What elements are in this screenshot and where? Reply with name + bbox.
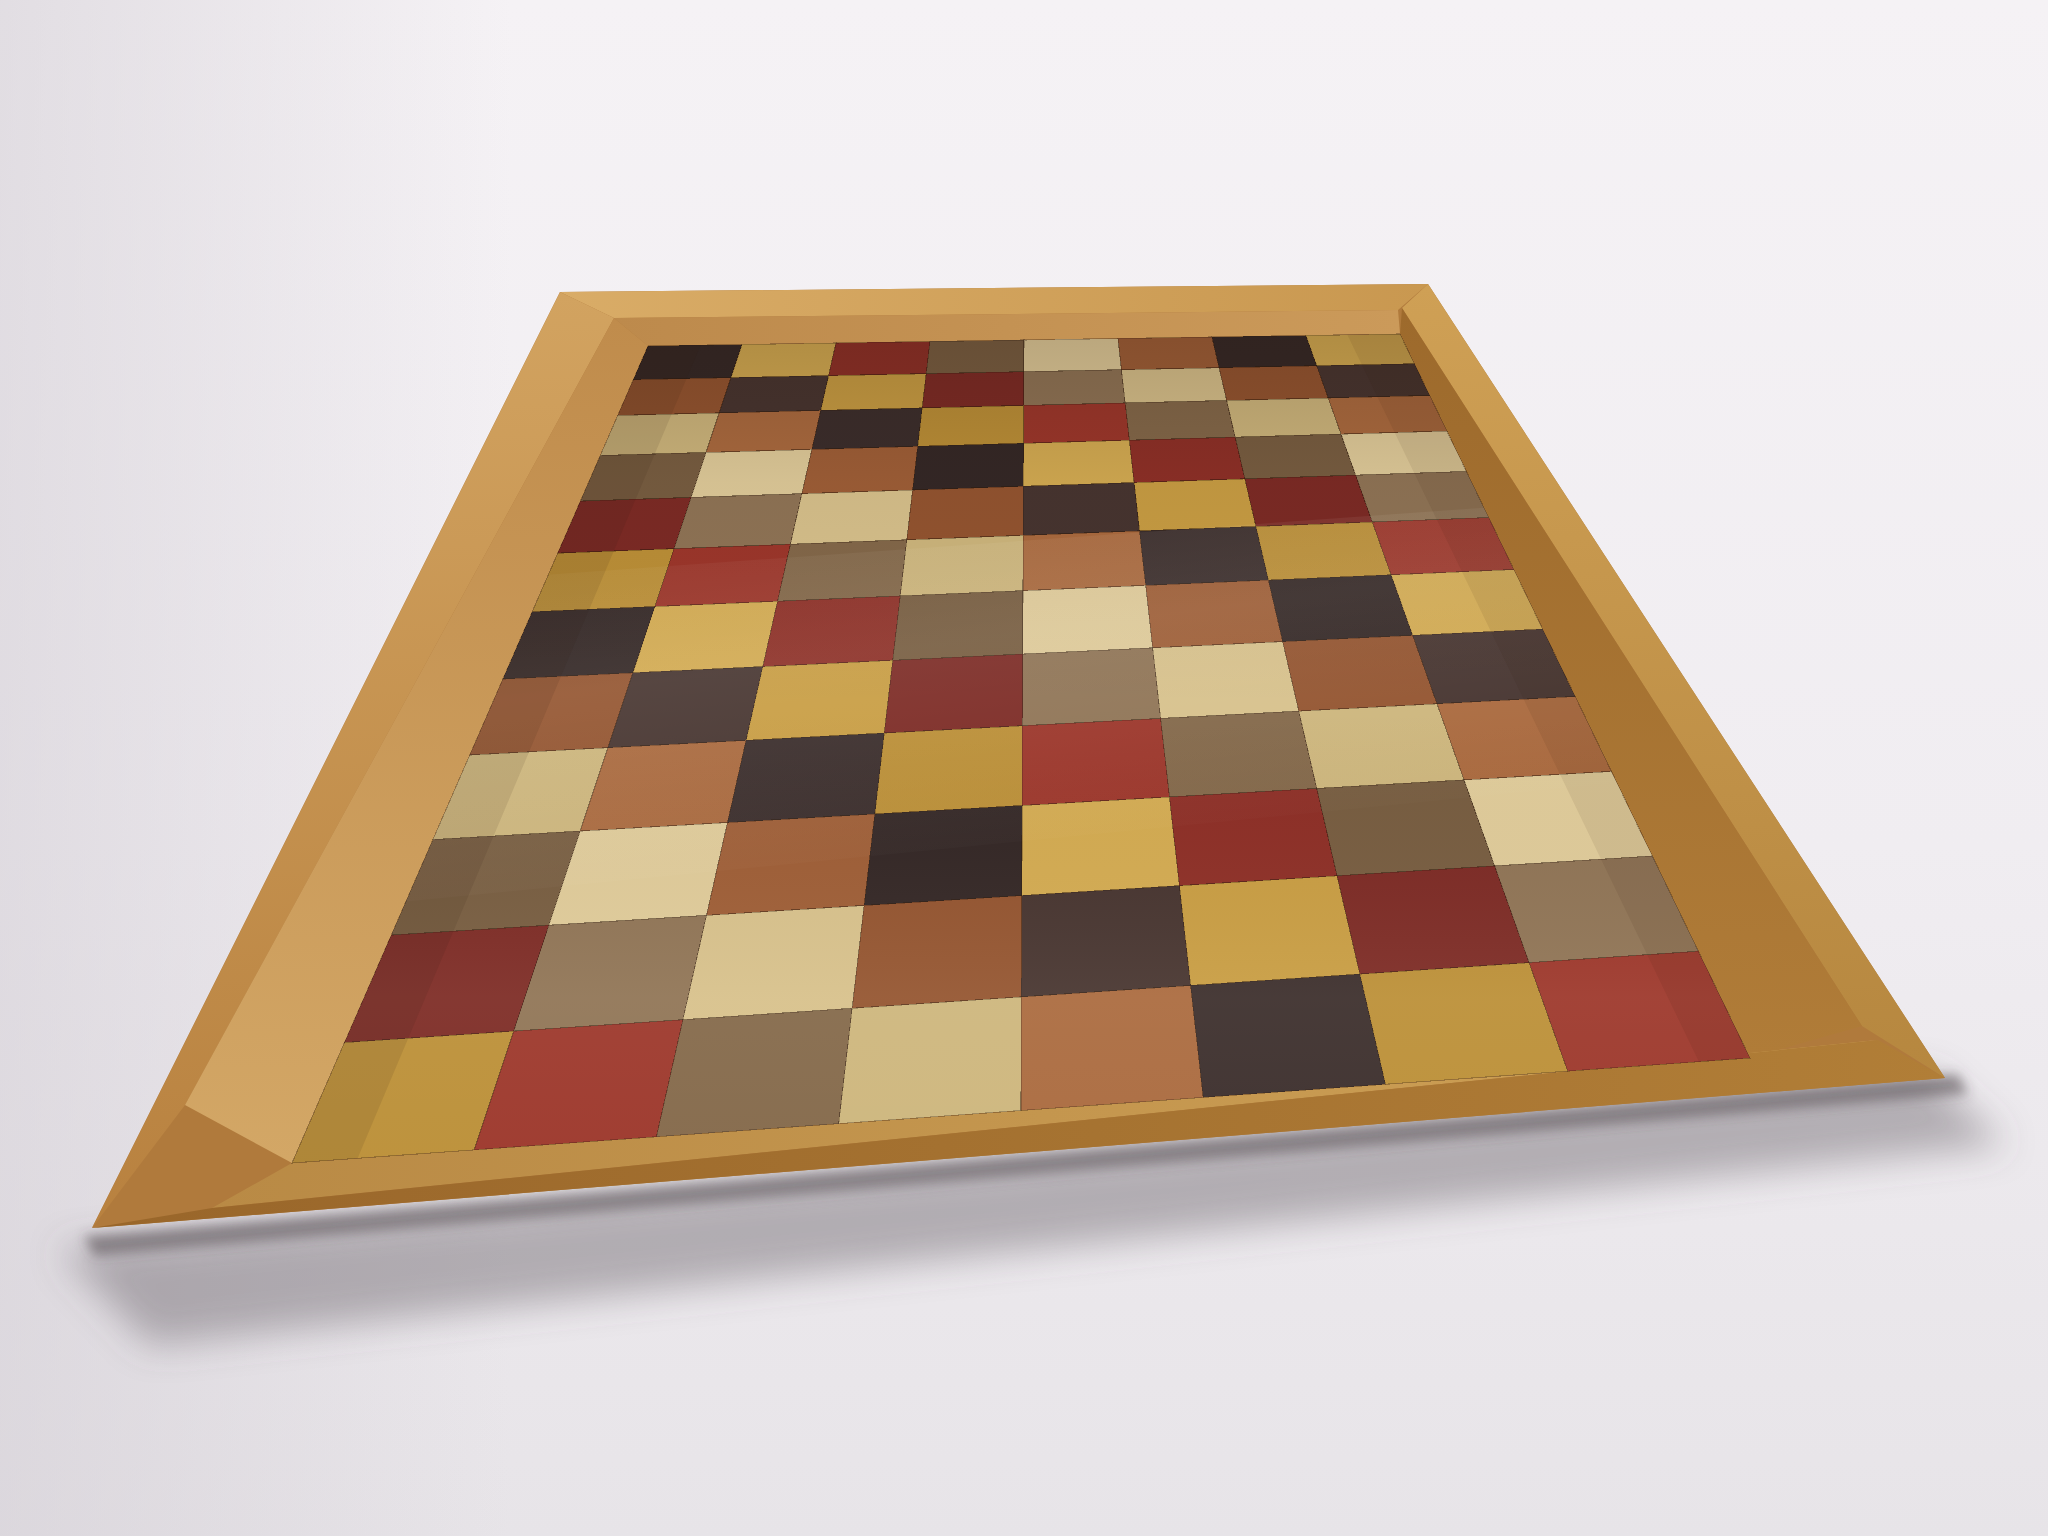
photo-canvas: [0, 0, 2048, 1536]
board-tray-photo: [0, 0, 2048, 1536]
